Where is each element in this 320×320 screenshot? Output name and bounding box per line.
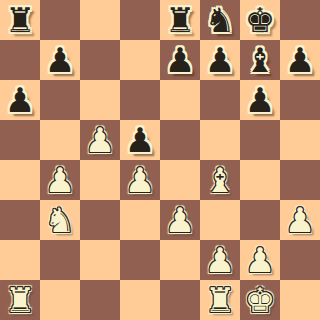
square-a7[interactable] — [0, 40, 40, 80]
piece-black-pawn[interactable]: ♟ — [0, 80, 40, 120]
piece-white-pawn[interactable]: ♟ — [200, 240, 240, 280]
chess-board: ♜♜♞♚♟♟♟♝♟♟♟♟♟♟♟♝♞♟♟♟♟♜♜♚ — [0, 0, 320, 320]
square-b4[interactable]: ♟ — [40, 160, 80, 200]
square-a1[interactable]: ♜ — [0, 280, 40, 320]
square-f1[interactable]: ♜ — [200, 280, 240, 320]
square-h1[interactable] — [280, 280, 320, 320]
square-d6[interactable] — [120, 80, 160, 120]
piece-white-pawn[interactable]: ♟ — [160, 200, 200, 240]
square-g5[interactable] — [240, 120, 280, 160]
piece-black-pawn[interactable]: ♟ — [160, 40, 200, 80]
square-g6[interactable]: ♟ — [240, 80, 280, 120]
square-a6[interactable]: ♟ — [0, 80, 40, 120]
square-d4[interactable]: ♟ — [120, 160, 160, 200]
square-e2[interactable] — [160, 240, 200, 280]
square-g2[interactable]: ♟ — [240, 240, 280, 280]
square-c5[interactable]: ♟ — [80, 120, 120, 160]
piece-black-pawn[interactable]: ♟ — [280, 40, 320, 80]
square-e4[interactable] — [160, 160, 200, 200]
square-h5[interactable] — [280, 120, 320, 160]
square-d2[interactable] — [120, 240, 160, 280]
square-c4[interactable] — [80, 160, 120, 200]
square-h4[interactable] — [280, 160, 320, 200]
square-e8[interactable]: ♜ — [160, 0, 200, 40]
square-e5[interactable] — [160, 120, 200, 160]
square-e3[interactable]: ♟ — [160, 200, 200, 240]
piece-black-pawn[interactable]: ♟ — [120, 120, 160, 160]
piece-white-pawn[interactable]: ♟ — [120, 160, 160, 200]
square-e7[interactable]: ♟ — [160, 40, 200, 80]
square-g3[interactable] — [240, 200, 280, 240]
square-c8[interactable] — [80, 0, 120, 40]
square-a2[interactable] — [0, 240, 40, 280]
square-f3[interactable] — [200, 200, 240, 240]
square-c6[interactable] — [80, 80, 120, 120]
piece-white-knight[interactable]: ♞ — [40, 200, 80, 240]
square-f4[interactable]: ♝ — [200, 160, 240, 200]
square-a5[interactable] — [0, 120, 40, 160]
square-d3[interactable] — [120, 200, 160, 240]
square-h2[interactable] — [280, 240, 320, 280]
square-c2[interactable] — [80, 240, 120, 280]
piece-white-king[interactable]: ♚ — [240, 280, 280, 320]
piece-black-pawn[interactable]: ♟ — [240, 80, 280, 120]
square-a8[interactable]: ♜ — [0, 0, 40, 40]
square-b8[interactable] — [40, 0, 80, 40]
square-a4[interactable] — [0, 160, 40, 200]
piece-white-pawn[interactable]: ♟ — [280, 200, 320, 240]
square-g4[interactable] — [240, 160, 280, 200]
piece-black-pawn[interactable]: ♟ — [200, 40, 240, 80]
square-b1[interactable] — [40, 280, 80, 320]
piece-black-king[interactable]: ♚ — [240, 0, 280, 40]
piece-white-rook[interactable]: ♜ — [200, 280, 240, 320]
piece-black-pawn[interactable]: ♟ — [40, 40, 80, 80]
square-f6[interactable] — [200, 80, 240, 120]
piece-black-bishop[interactable]: ♝ — [240, 40, 280, 80]
square-b6[interactable] — [40, 80, 80, 120]
piece-white-bishop[interactable]: ♝ — [200, 160, 240, 200]
piece-white-rook[interactable]: ♜ — [0, 280, 40, 320]
square-c7[interactable] — [80, 40, 120, 80]
piece-white-pawn[interactable]: ♟ — [80, 120, 120, 160]
square-e1[interactable] — [160, 280, 200, 320]
square-g7[interactable]: ♝ — [240, 40, 280, 80]
square-b2[interactable] — [40, 240, 80, 280]
square-b7[interactable]: ♟ — [40, 40, 80, 80]
piece-white-pawn[interactable]: ♟ — [240, 240, 280, 280]
square-a3[interactable] — [0, 200, 40, 240]
square-f8[interactable]: ♞ — [200, 0, 240, 40]
square-f7[interactable]: ♟ — [200, 40, 240, 80]
square-d7[interactable] — [120, 40, 160, 80]
square-f2[interactable]: ♟ — [200, 240, 240, 280]
square-h7[interactable]: ♟ — [280, 40, 320, 80]
square-d8[interactable] — [120, 0, 160, 40]
square-h3[interactable]: ♟ — [280, 200, 320, 240]
square-d5[interactable]: ♟ — [120, 120, 160, 160]
square-h8[interactable] — [280, 0, 320, 40]
piece-white-pawn[interactable]: ♟ — [40, 160, 80, 200]
square-g1[interactable]: ♚ — [240, 280, 280, 320]
square-h6[interactable] — [280, 80, 320, 120]
square-g8[interactable]: ♚ — [240, 0, 280, 40]
square-c3[interactable] — [80, 200, 120, 240]
square-b5[interactable] — [40, 120, 80, 160]
square-f5[interactable] — [200, 120, 240, 160]
piece-black-knight[interactable]: ♞ — [200, 0, 240, 40]
piece-black-rook[interactable]: ♜ — [0, 0, 40, 40]
square-d1[interactable] — [120, 280, 160, 320]
piece-black-rook[interactable]: ♜ — [160, 0, 200, 40]
square-c1[interactable] — [80, 280, 120, 320]
square-b3[interactable]: ♞ — [40, 200, 80, 240]
square-e6[interactable] — [160, 80, 200, 120]
